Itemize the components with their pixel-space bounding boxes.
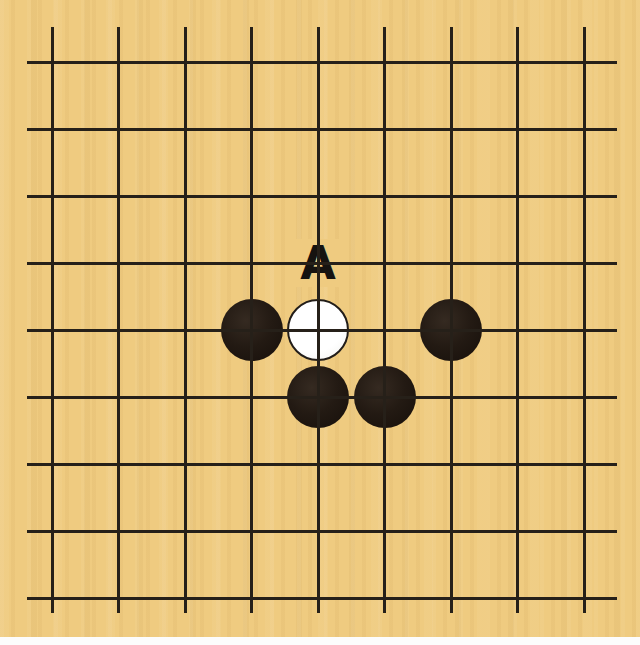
grid-line-vertical-5 [317, 27, 320, 613]
grid-line-vertical-3 [184, 27, 187, 613]
grid-line-horizontal-2 [27, 128, 617, 131]
grid-line-vertical-7 [450, 27, 453, 613]
go-diagram: A [0, 0, 640, 645]
grid-line-horizontal-9 [27, 597, 617, 600]
grid-line-vertical-2 [117, 27, 120, 613]
grid-line-horizontal-3 [27, 195, 617, 198]
grid-line-horizontal-7 [27, 463, 617, 466]
grid-line-vertical-9 [583, 27, 586, 613]
grid-line-vertical-8 [516, 27, 519, 613]
grid-line-horizontal-6 [27, 396, 617, 399]
go-board: A [0, 0, 640, 637]
grid-line-vertical-4 [250, 27, 253, 613]
page-margin [0, 637, 640, 645]
grid-line-vertical-1 [51, 27, 54, 613]
grid-line-vertical-6 [383, 27, 386, 613]
grid-line-horizontal-1 [27, 61, 617, 64]
grid-line-horizontal-4 [27, 262, 617, 265]
grid-line-horizontal-8 [27, 530, 617, 533]
grid-line-horizontal-5 [27, 329, 617, 332]
